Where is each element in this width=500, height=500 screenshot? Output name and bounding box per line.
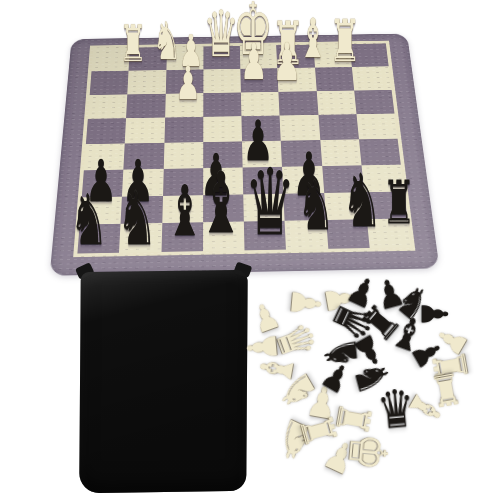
square-b8 [129,47,167,70]
square-g4 [320,139,361,166]
black-pawn-piece: ♟ [405,334,449,374]
black-pawn-piece: ♟ [342,269,383,315]
square-a7 [90,70,129,94]
square-d4 [203,141,243,168]
square-g8 [313,44,352,67]
square-g7 [315,67,354,91]
square-e5 [241,116,281,142]
white-rook-piece: ♜ [293,410,344,452]
square-f7 [277,67,316,91]
square-e4 [242,141,282,168]
square-b5 [125,118,165,144]
storage-bag [79,270,248,493]
white-pawn-piece: ♟ [304,380,341,427]
square-e2 [243,193,285,221]
square-f6 [279,91,318,116]
square-h1 [367,219,411,248]
square-d5 [203,116,242,142]
square-c8 [166,46,203,69]
square-f5 [280,115,320,141]
square-f1 [285,220,328,249]
white-king-piece: ♚ [340,431,395,473]
square-b2 [121,196,163,224]
square-e1 [244,221,286,250]
square-c4 [163,142,203,169]
white-pawn-piece: ♟ [430,321,474,361]
white-pawn-piece: ♟ [285,287,327,319]
white-rook-piece: ♜ [428,366,465,413]
black-knight-piece: ♞ [347,357,398,399]
chess-mat [50,34,440,276]
square-a2 [80,196,123,225]
square-g1 [326,219,370,248]
square-g3 [322,165,364,192]
square-h4 [359,139,401,165]
square-a6 [88,94,128,119]
square-f8 [276,45,314,68]
square-e6 [241,91,280,116]
square-d2 [203,194,244,222]
black-pawn-piece: ♟ [348,328,391,375]
square-b1 [119,223,162,252]
black-pawn-piece: ♟ [316,356,356,400]
square-c5 [164,117,203,143]
square-c6 [165,93,203,118]
product-photo-scene: ♜♞♛♚♜♝♜♟♟♟♟♟♟♟♟♟♞♞♝♝♛♞♞♜ ♟♟♛♟♝♟♞♞♟♜♟♚♜♟♜… [0,0,500,500]
square-h2 [364,191,408,219]
white-rook-piece: ♜ [329,400,378,439]
black-rook-piece: ♜ [354,297,408,349]
white-pawn-piece: ♟ [319,281,363,316]
square-h5 [356,114,397,140]
square-a8 [92,48,130,71]
square-a4 [84,143,125,170]
square-h6 [354,90,395,115]
square-b7 [128,70,166,94]
black-pawn-piece: ♟ [372,272,408,316]
square-f3 [282,166,324,193]
white-pawn-piece: ♟ [319,433,362,481]
square-e8 [240,45,278,68]
square-d7 [203,69,241,93]
square-a1 [77,224,120,254]
board-grid [77,43,411,253]
white-rook-piece: ♜ [427,347,476,386]
black-knight-piece: ♞ [388,277,438,329]
square-b3 [122,169,163,197]
square-d3 [203,167,243,194]
square-d1 [203,222,245,251]
white-queen-piece: ♛ [268,317,325,366]
black-bishop-piece: ♝ [386,308,431,360]
white-bishop-piece: ♝ [399,384,450,431]
white-knight-piece: ♞ [267,410,321,470]
square-g6 [316,90,356,115]
square-c1 [161,222,203,251]
black-queen-piece: ♛ [375,381,417,436]
square-c3 [163,168,203,196]
square-b4 [124,143,164,170]
white-knight-piece: ♞ [269,365,325,417]
square-c2 [162,195,203,223]
square-a5 [86,118,126,144]
black-knight-piece: ♞ [318,335,365,370]
square-g2 [324,192,367,220]
square-c7 [165,69,203,93]
square-e3 [243,167,284,194]
white-bishop-piece: ♝ [253,350,302,389]
square-f4 [281,140,322,167]
square-h8 [349,43,388,66]
square-f2 [283,193,325,221]
square-e7 [240,68,278,92]
white-pawn-piece: ♟ [248,297,285,340]
square-d6 [203,92,241,117]
black-pawn-piece: ♟ [416,301,452,327]
square-b6 [126,93,165,118]
square-h3 [361,164,404,191]
square-a3 [82,169,124,197]
square-d8 [203,46,240,69]
black-queen-piece: ♛ [322,294,382,348]
square-h7 [352,66,392,90]
square-g5 [318,114,359,140]
